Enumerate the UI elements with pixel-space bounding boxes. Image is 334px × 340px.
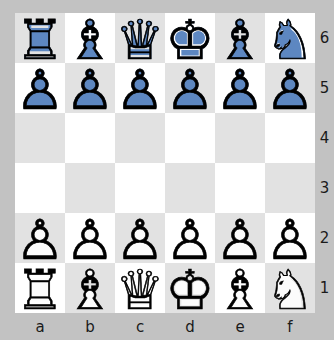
square-c5[interactable]: ♟♙	[115, 63, 165, 113]
white-pawn-outline: ♙	[165, 215, 215, 265]
square-f5[interactable]: ♟♙	[265, 63, 315, 113]
square-b4[interactable]	[65, 113, 115, 163]
square-e5[interactable]: ♟♙	[215, 63, 265, 113]
white-bishop-outline: ♗	[65, 265, 115, 315]
square-a6[interactable]: ♜♖	[15, 13, 65, 63]
rank-label-3: 3	[315, 163, 334, 213]
blue-bishop-outline: ♗	[215, 15, 265, 65]
piece-blue-pawn[interactable]: ♟♙	[215, 63, 265, 113]
blue-pawn-fill: ♟	[215, 65, 265, 115]
blue-pawn-outline: ♙	[265, 65, 315, 115]
piece-white-pawn[interactable]: ♟♙	[215, 213, 265, 263]
piece-blue-pawn[interactable]: ♟♙	[165, 63, 215, 113]
piece-white-pawn[interactable]: ♟♙	[165, 213, 215, 263]
piece-blue-queen[interactable]: ♛♕	[115, 13, 165, 63]
piece-white-rook[interactable]: ♜♖	[15, 263, 65, 313]
piece-white-king[interactable]: ♚♔	[165, 263, 215, 313]
blue-pawn-fill: ♟	[15, 65, 65, 115]
file-labels: abcdef	[15, 313, 315, 340]
square-f6[interactable]: ♞♘	[265, 13, 315, 63]
piece-blue-bishop[interactable]: ♝♗	[215, 13, 265, 63]
blue-pawn-fill: ♟	[165, 65, 215, 115]
piece-white-pawn[interactable]: ♟♙	[265, 213, 315, 263]
file-label-c: c	[115, 313, 165, 340]
piece-white-pawn[interactable]: ♟♙	[65, 213, 115, 263]
piece-blue-bishop[interactable]: ♝♗	[65, 13, 115, 63]
white-knight-outline: ♘	[265, 265, 315, 315]
square-c6[interactable]: ♛♕	[115, 13, 165, 63]
square-b3[interactable]	[65, 163, 115, 213]
rank-label-2: 2	[315, 213, 334, 263]
piece-blue-knight[interactable]: ♞♘	[265, 13, 315, 63]
rank-label-1: 1	[315, 263, 334, 313]
square-e6[interactable]: ♝♗	[215, 13, 265, 63]
white-queen-outline: ♕	[115, 265, 165, 315]
board: ♜♖♝♗♛♕♚♔♝♗♞♘♟♙♟♙♟♙♟♙♟♙♟♙♟♙♟♙♟♙♟♙♟♙♟♙♜♖♝♗…	[15, 13, 315, 313]
square-e2[interactable]: ♟♙	[215, 213, 265, 263]
rank-label-4: 4	[315, 113, 334, 163]
square-b6[interactable]: ♝♗	[65, 13, 115, 63]
file-label-e: e	[215, 313, 265, 340]
white-queen-fill: ♛	[115, 265, 165, 315]
white-pawn-fill: ♟	[165, 215, 215, 265]
square-f1[interactable]: ♞♘	[265, 263, 315, 313]
blue-queen-fill: ♛	[115, 15, 165, 65]
file-label-f: f	[265, 313, 315, 340]
piece-white-bishop[interactable]: ♝♗	[215, 263, 265, 313]
square-f3[interactable]	[265, 163, 315, 213]
blue-pawn-outline: ♙	[215, 65, 265, 115]
blue-pawn-outline: ♙	[115, 65, 165, 115]
white-pawn-outline: ♙	[65, 215, 115, 265]
piece-white-bishop[interactable]: ♝♗	[65, 263, 115, 313]
square-c1[interactable]: ♛♕	[115, 263, 165, 313]
piece-blue-king[interactable]: ♚♔	[165, 13, 215, 63]
file-label-a: a	[15, 313, 65, 340]
white-bishop-fill: ♝	[65, 265, 115, 315]
white-rook-outline: ♖	[15, 265, 65, 315]
white-king-fill: ♚	[165, 265, 215, 315]
square-d3[interactable]	[165, 163, 215, 213]
blue-pawn-fill: ♟	[115, 65, 165, 115]
white-pawn-outline: ♙	[215, 215, 265, 265]
blue-knight-outline: ♘	[265, 15, 315, 65]
blue-king-fill: ♚	[165, 15, 215, 65]
piece-blue-pawn[interactable]: ♟♙	[15, 63, 65, 113]
blue-pawn-outline: ♙	[65, 65, 115, 115]
white-bishop-outline: ♗	[215, 265, 265, 315]
piece-blue-pawn[interactable]: ♟♙	[65, 63, 115, 113]
file-label-d: d	[165, 313, 215, 340]
white-pawn-fill: ♟	[65, 215, 115, 265]
square-b2[interactable]: ♟♙	[65, 213, 115, 263]
blue-king-outline: ♔	[165, 15, 215, 65]
blue-knight-fill: ♞	[265, 15, 315, 65]
piece-blue-pawn[interactable]: ♟♙	[265, 63, 315, 113]
blue-bishop-fill: ♝	[215, 15, 265, 65]
square-a4[interactable]	[15, 113, 65, 163]
square-f4[interactable]	[265, 113, 315, 163]
piece-white-pawn[interactable]: ♟♙	[115, 213, 165, 263]
white-pawn-fill: ♟	[215, 215, 265, 265]
blue-pawn-outline: ♙	[165, 65, 215, 115]
file-label-b: b	[65, 313, 115, 340]
white-rook-fill: ♜	[15, 265, 65, 315]
rank-label-6: 6	[315, 13, 334, 63]
square-b5[interactable]: ♟♙	[65, 63, 115, 113]
blue-rook-outline: ♖	[15, 15, 65, 65]
blue-pawn-fill: ♟	[65, 65, 115, 115]
piece-blue-pawn[interactable]: ♟♙	[115, 63, 165, 113]
square-b1[interactable]: ♝♗	[65, 263, 115, 313]
blue-rook-fill: ♜	[15, 15, 65, 65]
white-king-outline: ♔	[165, 265, 215, 315]
square-a1[interactable]: ♜♖	[15, 263, 65, 313]
blue-bishop-outline: ♗	[65, 15, 115, 65]
square-a5[interactable]: ♟♙	[15, 63, 65, 113]
piece-white-queen[interactable]: ♛♕	[115, 263, 165, 313]
square-f2[interactable]: ♟♙	[265, 213, 315, 263]
square-d4[interactable]	[165, 113, 215, 163]
square-e1[interactable]: ♝♗	[215, 263, 265, 313]
white-pawn-outline: ♙	[15, 215, 65, 265]
blue-queen-outline: ♕	[115, 15, 165, 65]
blue-pawn-fill: ♟	[265, 65, 315, 115]
square-d2[interactable]: ♟♙	[165, 213, 215, 263]
piece-white-pawn[interactable]: ♟♙	[15, 213, 65, 263]
square-c2[interactable]: ♟♙	[115, 213, 165, 263]
square-d6[interactable]: ♚♔	[165, 13, 215, 63]
rank-label-5: 5	[315, 63, 334, 113]
square-c3[interactable]	[115, 163, 165, 213]
blue-bishop-fill: ♝	[65, 15, 115, 65]
white-pawn-outline: ♙	[265, 215, 315, 265]
square-c4[interactable]	[115, 113, 165, 163]
square-d1[interactable]: ♚♔	[165, 263, 215, 313]
white-pawn-fill: ♟	[115, 215, 165, 265]
white-bishop-fill: ♝	[215, 265, 265, 315]
blue-pawn-outline: ♙	[15, 65, 65, 115]
square-e4[interactable]	[215, 113, 265, 163]
white-pawn-fill: ♟	[265, 215, 315, 265]
square-a2[interactable]: ♟♙	[15, 213, 65, 263]
square-d5[interactable]: ♟♙	[165, 63, 215, 113]
white-pawn-outline: ♙	[115, 215, 165, 265]
rank-labels: 654321	[315, 13, 334, 313]
square-a3[interactable]	[15, 163, 65, 213]
piece-white-knight[interactable]: ♞♘	[265, 263, 315, 313]
piece-blue-rook[interactable]: ♜♖	[15, 13, 65, 63]
white-pawn-fill: ♟	[15, 215, 65, 265]
square-e3[interactable]	[215, 163, 265, 213]
chess-app-window: ♜♖♝♗♛♕♚♔♝♗♞♘♟♙♟♙♟♙♟♙♟♙♟♙♟♙♟♙♟♙♟♙♟♙♟♙♜♖♝♗…	[0, 0, 334, 340]
white-knight-fill: ♞	[265, 265, 315, 315]
